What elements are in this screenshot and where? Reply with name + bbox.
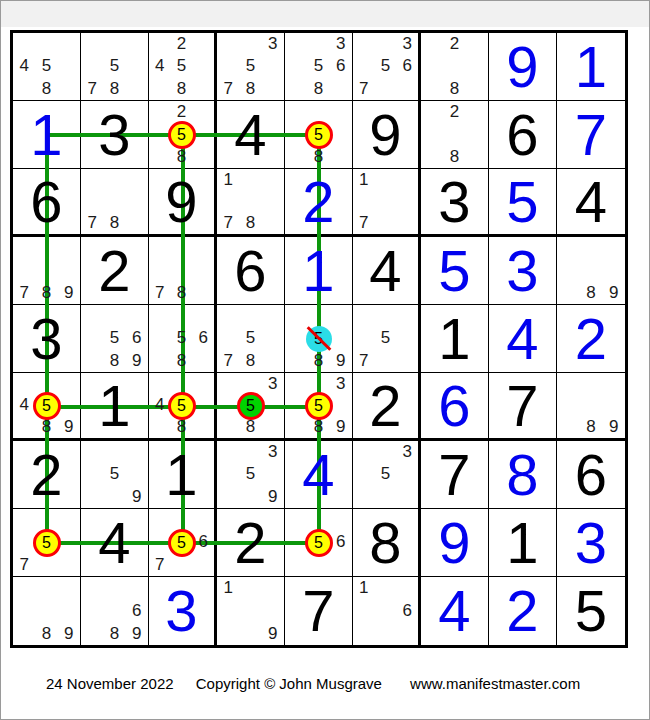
- given-digit: 9: [353, 101, 418, 168]
- cell-r8c1[interactable]: 75: [13, 509, 81, 577]
- cell-r6c1[interactable]: 4895: [13, 373, 81, 441]
- cell-r2c7[interactable]: 28: [421, 101, 489, 169]
- cell-r9c2[interactable]: 689: [81, 577, 149, 645]
- given-digit: 9: [149, 169, 214, 234]
- candidate-5: 5: [103, 55, 125, 77]
- candidate-8: 8: [580, 282, 603, 304]
- cell-r2c3[interactable]: 285: [149, 101, 217, 169]
- cell-r9c3[interactable]: 3: [149, 577, 217, 645]
- candidate-8: 8: [35, 622, 57, 645]
- solved-digit: 5: [421, 237, 488, 304]
- solved-digit: 3: [557, 509, 625, 576]
- footer-copyright: Copyright © John Musgrave: [196, 675, 382, 692]
- candidate-1: 1: [353, 169, 375, 191]
- solved-digit: 4: [421, 577, 488, 645]
- cell-r7c1[interactable]: 2: [13, 441, 81, 509]
- cell-r5c7[interactable]: 1: [421, 305, 489, 373]
- cell-r7c4[interactable]: 359: [217, 441, 285, 509]
- chain-node-circle-yellow: 5: [33, 529, 61, 557]
- candidate-8: 8: [35, 282, 57, 304]
- cell-r1c3[interactable]: 2458: [149, 33, 217, 101]
- cell-r6c8[interactable]: 7: [489, 373, 557, 441]
- candidate-8: 8: [103, 622, 125, 645]
- cell-r1c5[interactable]: 3568: [285, 33, 353, 101]
- cell-r1c6[interactable]: 3567: [353, 33, 421, 101]
- solved-digit: 8: [489, 441, 556, 508]
- candidate-5: 5: [239, 463, 261, 485]
- solved-digit: 1: [557, 33, 625, 100]
- solved-digit: 1: [285, 237, 352, 304]
- given-digit: 4: [217, 101, 284, 168]
- cell-r9c1[interactable]: 89: [13, 577, 81, 645]
- top-strip: [1, 1, 649, 27]
- candidate-7: 7: [217, 212, 239, 234]
- cell-r9c7[interactable]: 4: [421, 577, 489, 645]
- candidate-8: 8: [443, 78, 465, 100]
- cell-r4c8[interactable]: 3: [489, 237, 557, 305]
- given-digit: 6: [489, 101, 556, 168]
- cell-r4c5[interactable]: 1: [285, 237, 353, 305]
- cell-r4c3[interactable]: 78: [149, 237, 217, 305]
- cell-r5c4[interactable]: 578: [217, 305, 285, 373]
- cell-r3c2[interactable]: 78: [81, 169, 149, 237]
- candidate-3: 3: [396, 441, 418, 463]
- candidate-8: 8: [239, 350, 261, 372]
- cell-r4c7[interactable]: 5: [421, 237, 489, 305]
- cell-r3c7[interactable]: 3: [421, 169, 489, 237]
- candidate-5: 5: [307, 55, 329, 77]
- candidate-9: 9: [602, 416, 625, 438]
- candidate-7: 7: [353, 350, 375, 372]
- cell-r9c9[interactable]: 5: [557, 577, 625, 645]
- cell-r8c6[interactable]: 8: [353, 509, 421, 577]
- candidate-5: 5: [103, 463, 125, 485]
- cell-r1c7[interactable]: 28: [421, 33, 489, 101]
- given-digit: 7: [489, 373, 556, 438]
- solved-digit: 2: [557, 305, 625, 372]
- solved-digit: 1: [13, 101, 80, 168]
- cell-r7c6[interactable]: 35: [353, 441, 421, 509]
- given-digit: 4: [557, 169, 625, 234]
- cell-r8c3[interactable]: 675: [149, 509, 217, 577]
- candidate-8: 8: [239, 416, 261, 438]
- cell-r2c4[interactable]: 4: [217, 101, 285, 169]
- candidate-7: 7: [13, 554, 35, 576]
- cell-r1c1[interactable]: 458: [13, 33, 81, 101]
- given-digit: 2: [217, 509, 284, 576]
- candidate-5: 5: [375, 463, 397, 485]
- candidate-8: 8: [103, 78, 125, 100]
- cell-r6c5[interactable]: 3895: [285, 373, 353, 441]
- cell-r7c5[interactable]: 4: [285, 441, 353, 509]
- cell-r3c1[interactable]: 6: [13, 169, 81, 237]
- cell-r8c8[interactable]: 1: [489, 509, 557, 577]
- cell-r2c8[interactable]: 6: [489, 101, 557, 169]
- given-digit: 2: [81, 237, 148, 304]
- cell-r1c8[interactable]: 9: [489, 33, 557, 101]
- cell-r3c4[interactable]: 178: [217, 169, 285, 237]
- solved-digit: 2: [489, 577, 556, 645]
- solved-digit: 9: [421, 509, 488, 576]
- given-digit: 1: [421, 305, 488, 372]
- solved-digit: 5: [489, 169, 556, 234]
- cell-r1c2[interactable]: 578: [81, 33, 149, 101]
- solved-digit: 6: [421, 373, 488, 438]
- cell-r7c3[interactable]: 1: [149, 441, 217, 509]
- candidate-7: 7: [217, 78, 239, 100]
- footer-date: 24 November 2022: [46, 675, 174, 692]
- cell-r8c7[interactable]: 9: [421, 509, 489, 577]
- chain-node-circle-yellow: 5: [305, 529, 333, 557]
- given-digit: 2: [353, 373, 418, 438]
- candidate-1: 1: [217, 169, 239, 191]
- cell-r7c9[interactable]: 6: [557, 441, 625, 509]
- candidate-8: 8: [171, 416, 193, 438]
- cell-r6c4[interactable]: 385: [217, 373, 285, 441]
- cell-r4c6[interactable]: 4: [353, 237, 421, 305]
- candidate-4: 4: [13, 55, 35, 77]
- candidate-9: 9: [58, 282, 80, 304]
- candidate-3: 3: [262, 441, 284, 463]
- candidate-5: 5: [375, 55, 397, 77]
- candidate-8: 8: [443, 146, 465, 168]
- candidate-3: 3: [262, 33, 284, 55]
- cell-r6c6[interactable]: 2: [353, 373, 421, 441]
- given-digit: 1: [489, 509, 556, 576]
- cell-r2c9[interactable]: 7: [557, 101, 625, 169]
- cell-r8c2[interactable]: 4: [81, 509, 149, 577]
- candidate-7: 7: [353, 212, 375, 234]
- sudoku-board: 4585782458357835683567289113285485928676…: [10, 30, 628, 648]
- cell-r3c9[interactable]: 4: [557, 169, 625, 237]
- candidate-9: 9: [126, 486, 148, 508]
- cell-r6c9[interactable]: 89: [557, 373, 625, 441]
- candidate-7: 7: [353, 78, 375, 100]
- cell-r9c5[interactable]: 7: [285, 577, 353, 645]
- cell-r9c4[interactable]: 19: [217, 577, 285, 645]
- solved-digit: 4: [285, 441, 352, 508]
- cell-r1c4[interactable]: 3578: [217, 33, 285, 101]
- given-digit: 3: [13, 305, 80, 372]
- candidate-6: 6: [192, 327, 214, 349]
- cell-r5c8[interactable]: 4: [489, 305, 557, 373]
- candidate-6: 6: [330, 531, 352, 553]
- candidate-8: 8: [171, 282, 193, 304]
- candidate-7: 7: [81, 212, 103, 234]
- cell-r4c1[interactable]: 789: [13, 237, 81, 305]
- chain-node-circle-yellow: 5: [305, 121, 333, 149]
- candidate-6: 6: [192, 531, 214, 553]
- cell-r6c2[interactable]: 1: [81, 373, 149, 441]
- candidate-9: 9: [58, 416, 80, 438]
- cell-r5c6[interactable]: 57: [353, 305, 421, 373]
- given-digit: 2: [13, 441, 80, 508]
- cell-r3c6[interactable]: 17: [353, 169, 421, 237]
- candidate-8: 8: [307, 416, 329, 438]
- given-digit: 1: [81, 373, 148, 438]
- cell-r4c9[interactable]: 89: [557, 237, 625, 305]
- candidate-8: 8: [307, 78, 329, 100]
- solved-digit: 4: [489, 305, 556, 372]
- cell-r2c5[interactable]: 85: [285, 101, 353, 169]
- cell-r2c1[interactable]: 1: [13, 101, 81, 169]
- candidate-3: 3: [262, 373, 284, 395]
- chain-node-circle-yellow: 5: [168, 121, 196, 149]
- cell-r8c4[interactable]: 2: [217, 509, 285, 577]
- candidate-9: 9: [126, 622, 148, 645]
- candidate-6: 6: [126, 327, 148, 349]
- given-digit: 6: [557, 441, 625, 508]
- candidate-3: 3: [330, 33, 352, 55]
- candidate-1: 1: [353, 577, 375, 600]
- chain-node-circle-yellow: 5: [305, 392, 333, 420]
- cell-r3c8[interactable]: 5: [489, 169, 557, 237]
- cell-r6c3[interactable]: 485: [149, 373, 217, 441]
- candidate-1: 1: [217, 577, 239, 600]
- candidate-8: 8: [171, 78, 193, 100]
- given-digit: 3: [81, 101, 148, 168]
- cell-r5c5[interactable]: 895: [285, 305, 353, 373]
- candidate-5: 5: [239, 55, 261, 77]
- cell-r4c2[interactable]: 2: [81, 237, 149, 305]
- given-digit: 6: [13, 169, 80, 234]
- cell-r2c2[interactable]: 3: [81, 101, 149, 169]
- candidate-4: 4: [149, 55, 171, 77]
- chain-node-circle-yellow: 5: [168, 392, 196, 420]
- given-digit: 4: [81, 509, 148, 576]
- candidate-8: 8: [239, 212, 261, 234]
- eliminated-candidate-circle: 5: [306, 326, 332, 352]
- chain-node-circle-yellow: 5: [33, 392, 61, 420]
- cell-r4c4[interactable]: 6: [217, 237, 285, 305]
- cell-r5c2[interactable]: 5689: [81, 305, 149, 373]
- candidate-2: 2: [443, 101, 465, 123]
- candidate-6: 6: [330, 55, 352, 77]
- cell-r3c3[interactable]: 9: [149, 169, 217, 237]
- candidate-8: 8: [35, 78, 57, 100]
- candidate-9: 9: [602, 282, 625, 304]
- candidate-8: 8: [171, 146, 193, 168]
- candidate-7: 7: [149, 554, 171, 576]
- solved-digit: 2: [285, 169, 352, 234]
- candidate-6: 6: [396, 600, 418, 623]
- candidate-8: 8: [103, 350, 125, 372]
- candidate-8: 8: [103, 212, 125, 234]
- candidate-9: 9: [262, 486, 284, 508]
- footer-website: www.manifestmaster.com: [410, 675, 580, 692]
- candidate-9: 9: [262, 622, 284, 645]
- candidate-8: 8: [171, 350, 193, 372]
- footer: 24 November 2022 Copyright © John Musgra…: [46, 675, 580, 692]
- given-digit: 6: [217, 237, 284, 304]
- candidate-9: 9: [330, 350, 352, 372]
- chain-node-circle-green: 5: [237, 392, 265, 420]
- given-digit: 1: [149, 441, 214, 508]
- candidate-7: 7: [81, 78, 103, 100]
- candidate-8: 8: [35, 416, 57, 438]
- candidate-5: 5: [239, 327, 261, 349]
- given-digit: 3: [421, 169, 488, 234]
- cell-r5c1[interactable]: 3: [13, 305, 81, 373]
- cell-r3c5[interactable]: 2: [285, 169, 353, 237]
- solved-digit: 3: [489, 237, 556, 304]
- given-digit: 4: [353, 237, 418, 304]
- solved-digit: 7: [557, 101, 625, 168]
- candidate-8: 8: [239, 78, 261, 100]
- candidate-2: 2: [443, 33, 465, 55]
- cell-r7c7[interactable]: 7: [421, 441, 489, 509]
- candidate-6: 6: [126, 600, 148, 623]
- candidate-8: 8: [307, 350, 329, 372]
- candidate-5: 5: [375, 327, 397, 349]
- cell-r7c8[interactable]: 8: [489, 441, 557, 509]
- sudoku-grid: 4585782458357835683567289113285485928676…: [13, 33, 625, 645]
- cell-r8c5[interactable]: 65: [285, 509, 353, 577]
- solved-digit: 9: [489, 33, 556, 100]
- candidate-7: 7: [13, 282, 35, 304]
- elimination-slash-icon: [306, 326, 331, 351]
- candidate-3: 3: [330, 373, 352, 395]
- cell-r1c9[interactable]: 1: [557, 33, 625, 101]
- candidate-5: 5: [171, 327, 193, 349]
- candidate-8: 8: [580, 416, 603, 438]
- solved-digit: 3: [149, 577, 214, 645]
- candidate-7: 7: [149, 282, 171, 304]
- given-digit: 7: [421, 441, 488, 508]
- cell-r2c6[interactable]: 9: [353, 101, 421, 169]
- candidate-9: 9: [126, 350, 148, 372]
- cell-r5c9[interactable]: 2: [557, 305, 625, 373]
- candidate-5: 5: [103, 327, 125, 349]
- candidate-8: 8: [307, 146, 329, 168]
- candidate-9: 9: [330, 416, 352, 438]
- cell-r9c8[interactable]: 2: [489, 577, 557, 645]
- candidate-9: 9: [58, 622, 80, 645]
- sudoku-page: 4585782458357835683567289113285485928676…: [0, 0, 650, 720]
- given-digit: 5: [557, 577, 625, 645]
- cell-r6c7[interactable]: 6: [421, 373, 489, 441]
- cell-r9c6[interactable]: 16: [353, 577, 421, 645]
- candidate-5: 5: [35, 55, 57, 77]
- cell-r5c3[interactable]: 568: [149, 305, 217, 373]
- candidate-2: 2: [171, 33, 193, 55]
- given-digit: 7: [285, 577, 352, 645]
- candidate-5: 5: [171, 55, 193, 77]
- cell-r7c2[interactable]: 59: [81, 441, 149, 509]
- given-digit: 8: [353, 509, 418, 576]
- candidate-6: 6: [396, 55, 418, 77]
- candidate-3: 3: [396, 33, 418, 55]
- candidate-7: 7: [217, 350, 239, 372]
- cell-r8c9[interactable]: 3: [557, 509, 625, 577]
- chain-node-circle-yellow: 5: [168, 529, 196, 557]
